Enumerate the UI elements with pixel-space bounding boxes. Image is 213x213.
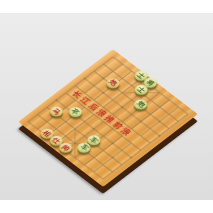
- render-viewport: 长江后浪推前浪 炮士将士炮卒马车车相仕帅: [0, 13, 213, 200]
- xiangqi-board[interactable]: 长江后浪推前浪 炮士将士炮卒马车车相仕帅: [18, 49, 198, 187]
